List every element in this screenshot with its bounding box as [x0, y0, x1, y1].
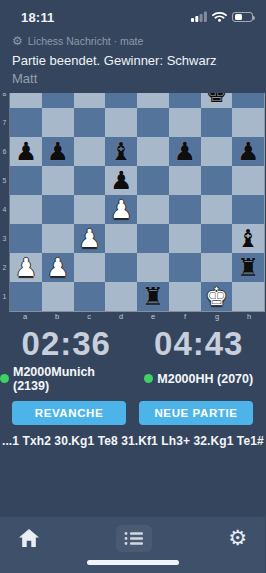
piece-black-pawn: ♟: [237, 139, 259, 164]
square-d4[interactable]: ♟: [105, 195, 137, 224]
piece-black-pawn: ♟: [110, 168, 132, 193]
player-left[interactable]: M2000Munich (2139): [0, 365, 133, 393]
rank-labels: 87654321: [0, 93, 9, 311]
piece-white-pawn: ♟: [78, 226, 100, 251]
square-a6[interactable]: ♟: [10, 137, 42, 166]
square-a8[interactable]: [10, 93, 42, 108]
square-d7[interactable]: [105, 108, 137, 137]
square-b1[interactable]: [42, 282, 74, 311]
square-h1[interactable]: [232, 282, 264, 311]
rank-label-6: 6: [0, 137, 9, 166]
player-right-name: M2000HH (2070): [157, 372, 253, 386]
player-names-row: M2000Munich (2139) M2000HH (2070): [0, 365, 265, 393]
square-h3[interactable]: ♝: [232, 224, 264, 253]
square-a3[interactable]: [10, 224, 42, 253]
player-right[interactable]: M2000HH (2070): [133, 365, 266, 393]
list-icon: [124, 531, 144, 546]
square-f5[interactable]: [169, 166, 201, 195]
wifi-icon: [212, 8, 227, 26]
status-time: 18:11: [21, 10, 55, 25]
bottom-nav: ⚙: [0, 517, 265, 573]
action-buttons: REVANCHE NEUE PARTIE: [0, 401, 265, 425]
square-d2[interactable]: [105, 253, 137, 282]
square-a4[interactable]: [10, 195, 42, 224]
square-b4[interactable]: [42, 195, 74, 224]
square-c3[interactable]: ♟: [74, 224, 106, 253]
gear-icon: ⚙: [12, 35, 23, 47]
square-c7[interactable]: [74, 108, 106, 137]
square-c2[interactable]: [74, 253, 106, 282]
file-label-f: f: [169, 312, 201, 322]
file-label-d: d: [105, 312, 137, 322]
piece-black-pawn: ♟: [15, 139, 37, 164]
square-c4[interactable]: [74, 195, 106, 224]
square-b5[interactable]: [42, 166, 74, 195]
notification-source: Lichess Nachricht · mate: [28, 35, 144, 47]
square-a7[interactable]: [10, 108, 42, 137]
square-h7[interactable]: [232, 108, 264, 137]
file-label-h: h: [233, 312, 265, 322]
square-a2[interactable]: ♟: [10, 253, 42, 282]
player-left-name: M2000Munich (2139): [13, 365, 133, 393]
square-f6[interactable]: ♟: [169, 137, 201, 166]
mate-label: Matt: [12, 71, 253, 86]
square-g8[interactable]: ♚: [201, 93, 233, 108]
square-e6[interactable]: [137, 137, 169, 166]
move-list-button[interactable]: [116, 525, 152, 552]
square-b2[interactable]: ♟: [42, 253, 74, 282]
square-e5[interactable]: [137, 166, 169, 195]
file-label-a: a: [9, 312, 41, 322]
clock-left: 02:36: [22, 325, 111, 362]
piece-black-rook: ♜: [142, 284, 164, 309]
square-e8[interactable]: [137, 93, 169, 108]
piece-black-king: ♚: [205, 93, 227, 106]
file-labels: abcdefgh: [0, 312, 265, 322]
square-h4[interactable]: [232, 195, 264, 224]
rank-label-7: 7: [0, 108, 9, 137]
square-g1[interactable]: ♚: [201, 282, 233, 311]
clock-row: 02:36 04:43: [0, 327, 265, 362]
square-e1[interactable]: ♜: [137, 282, 169, 311]
rank-label-2: 2: [0, 253, 9, 282]
piece-black-bishop: ♝: [110, 139, 132, 164]
square-g6[interactable]: [201, 137, 233, 166]
piece-black-pawn: ♟: [173, 139, 195, 164]
square-e3[interactable]: [137, 224, 169, 253]
file-label-g: g: [201, 312, 233, 322]
piece-white-pawn: ♟: [15, 255, 37, 280]
square-e4[interactable]: [137, 195, 169, 224]
square-a1[interactable]: [10, 282, 42, 311]
piece-black-bishop: ♝: [237, 226, 259, 251]
square-f7[interactable]: [169, 108, 201, 137]
square-b3[interactable]: [42, 224, 74, 253]
online-indicator: [0, 374, 9, 383]
file-label-c: c: [73, 312, 105, 322]
piece-black-rook: ♜: [237, 255, 259, 280]
square-b6[interactable]: ♟: [42, 137, 74, 166]
cellular-signal-icon: [191, 8, 207, 26]
clock-right: 04:43: [154, 325, 243, 362]
square-e2[interactable]: [137, 253, 169, 282]
piece-white-pawn: ♟: [110, 197, 132, 222]
status-icons: [191, 8, 253, 26]
square-h5[interactable]: [232, 166, 264, 195]
square-b7[interactable]: [42, 108, 74, 137]
rank-label-1: 1: [0, 282, 9, 311]
notification-source-row: ⚙ Lichess Nachricht · mate: [12, 35, 253, 47]
piece-black-pawn: ♟: [46, 139, 68, 164]
board-grid: ♚♟♟♝♟♟♟♟♟♝♟♟♜♜♚: [9, 93, 265, 312]
settings-gear-icon[interactable]: ⚙: [228, 528, 247, 549]
square-f1[interactable]: [169, 282, 201, 311]
square-d1[interactable]: [105, 282, 137, 311]
home-icon[interactable]: [18, 528, 40, 548]
square-d5[interactable]: ♟: [105, 166, 137, 195]
game-result-message: Partie beendet. Gewinner: Schwarz: [12, 53, 253, 68]
app-screen: 18:11 ⚙: [0, 0, 265, 573]
square-g5[interactable]: [201, 166, 233, 195]
square-h6[interactable]: ♟: [232, 137, 264, 166]
square-f4[interactable]: [169, 195, 201, 224]
square-c1[interactable]: [74, 282, 106, 311]
new-game-button[interactable]: NEUE PARTIE: [139, 401, 253, 425]
rank-label-3: 3: [0, 224, 9, 253]
square-f3[interactable]: [169, 224, 201, 253]
square-b8[interactable]: [42, 93, 74, 108]
square-d3[interactable]: [105, 224, 137, 253]
piece-white-pawn: ♟: [46, 255, 68, 280]
notification-banner: ⚙ Lichess Nachricht · mate Partie beende…: [0, 28, 265, 93]
rank-label-4: 4: [0, 195, 9, 224]
file-label-b: b: [41, 312, 73, 322]
square-f8[interactable]: [169, 93, 201, 108]
square-d8[interactable]: [105, 93, 137, 108]
rematch-button[interactable]: REVANCHE: [12, 401, 126, 425]
square-g2[interactable]: [201, 253, 233, 282]
square-e7[interactable]: [137, 108, 169, 137]
status-bar: 18:11: [0, 0, 265, 28]
file-label-e: e: [137, 312, 169, 322]
square-g3[interactable]: [201, 224, 233, 253]
square-d6[interactable]: ♝: [105, 137, 137, 166]
square-a5[interactable]: [10, 166, 42, 195]
square-c5[interactable]: [74, 166, 106, 195]
square-c8[interactable]: [74, 93, 106, 108]
square-c6[interactable]: [74, 137, 106, 166]
square-f2[interactable]: [169, 253, 201, 282]
square-g7[interactable]: [201, 108, 233, 137]
battery-icon: [232, 12, 253, 23]
rank-label-5: 5: [0, 166, 9, 195]
square-h2[interactable]: ♜: [232, 253, 264, 282]
chess-board: 87654321 ♚♟♟♝♟♟♟♟♟♝♟♟♜♜♚ abcdefgh: [0, 93, 265, 322]
online-indicator: [144, 374, 153, 383]
rank-label-8: 8: [0, 93, 9, 108]
square-h8[interactable]: [232, 93, 264, 108]
move-list: ...1 Txh2 30.Kg1 Te8 31.Kf1 Lh3+ 32.Kg1 …: [0, 434, 265, 448]
square-g4[interactable]: [201, 195, 233, 224]
home-indicator[interactable]: [87, 560, 179, 565]
piece-white-king: ♚: [205, 284, 227, 309]
